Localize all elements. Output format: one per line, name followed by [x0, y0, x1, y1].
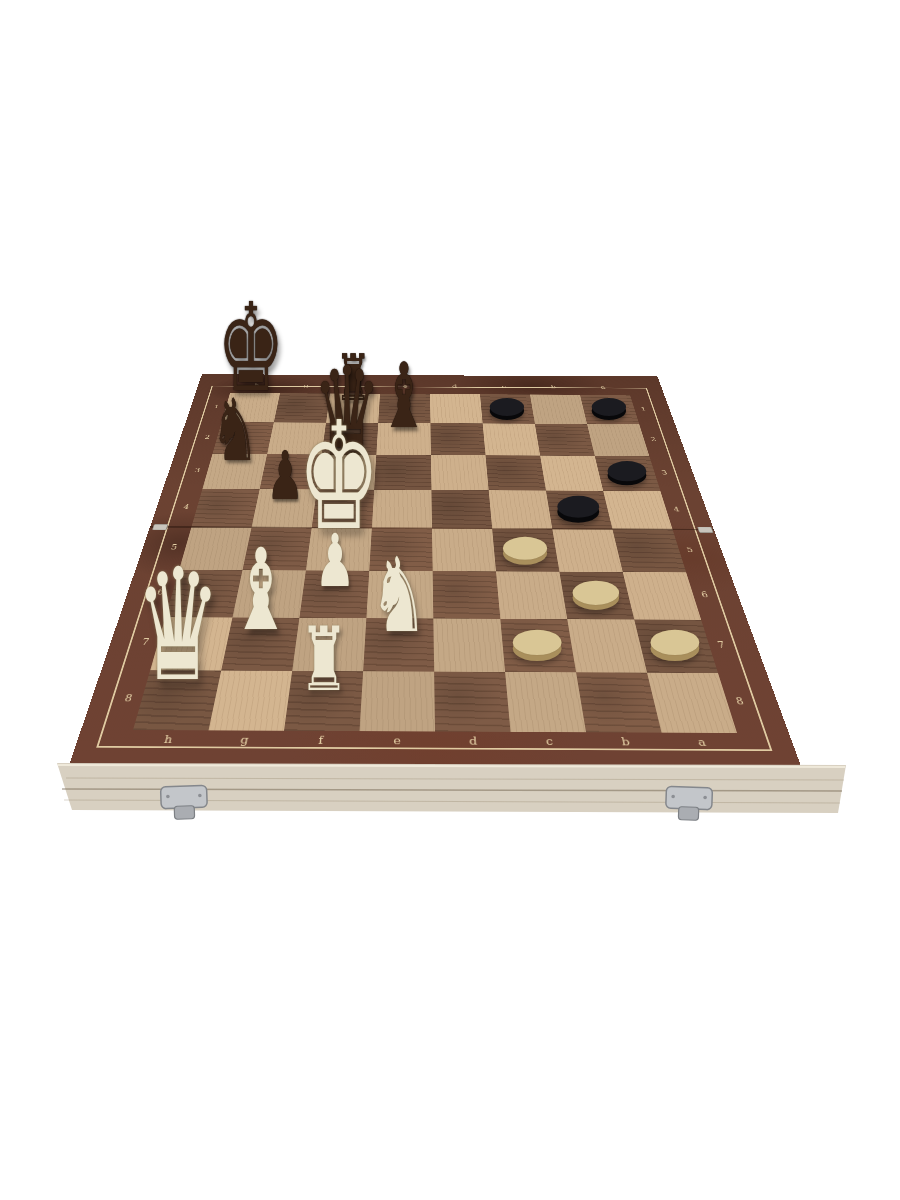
latch-left-icon[interactable]: [161, 785, 208, 820]
latch-right-icon[interactable]: [665, 786, 712, 821]
box-front-face: [0, 0, 900, 1200]
product-photo: hhggffeeddccbbaa1122334455667788 ♚♜♝♛♞♟♚…: [0, 0, 900, 1200]
